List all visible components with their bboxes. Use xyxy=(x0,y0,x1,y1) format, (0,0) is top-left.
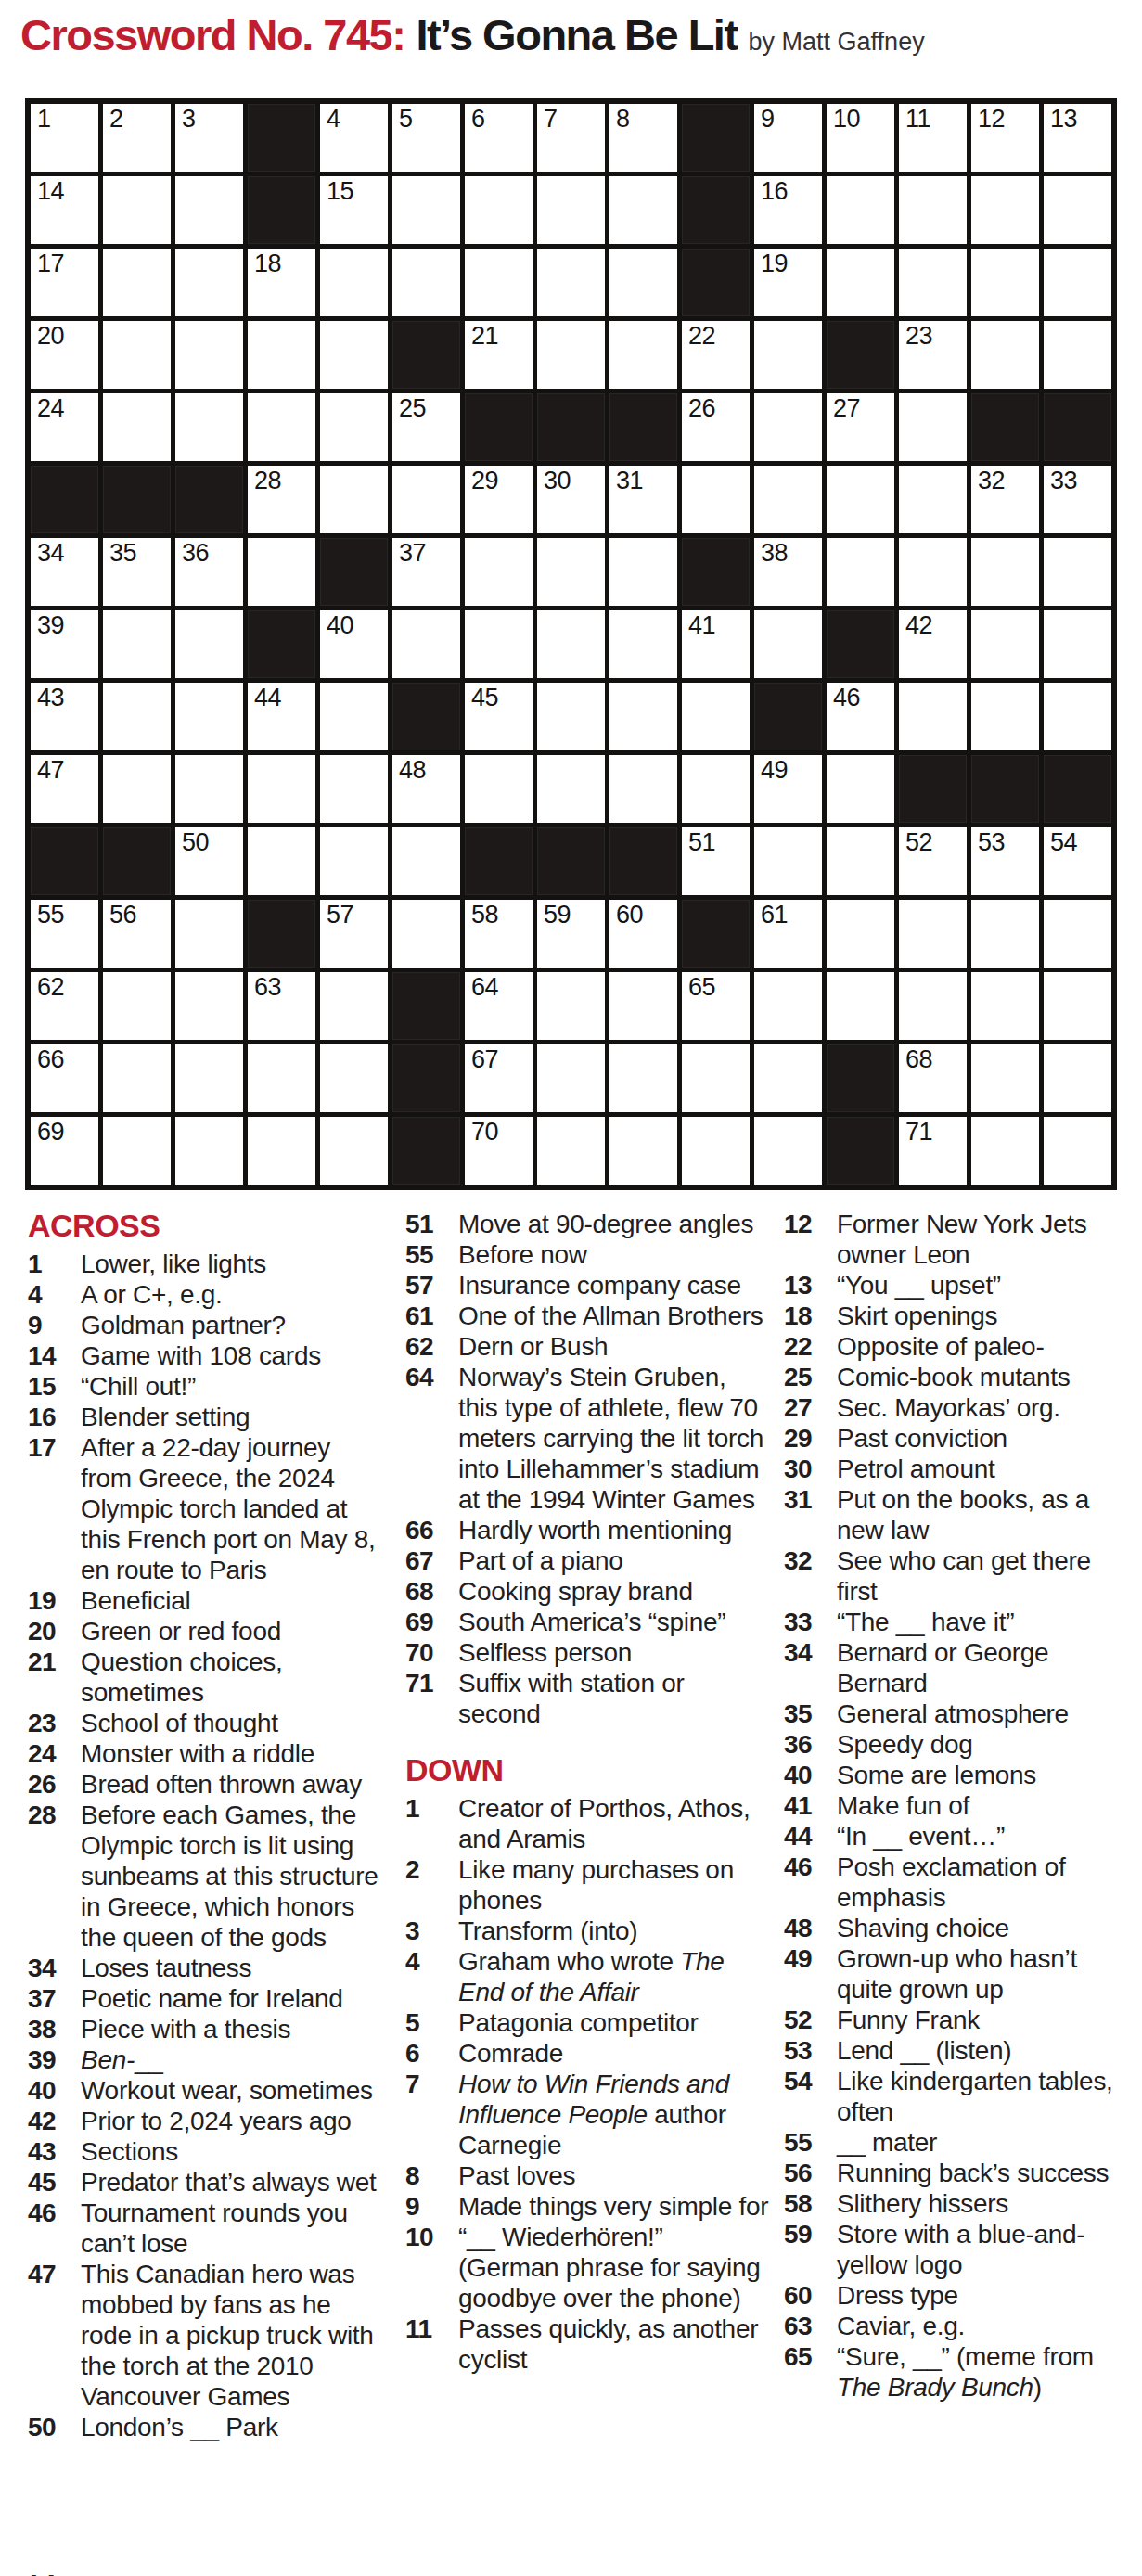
cell-r8c8[interactable] xyxy=(537,610,605,678)
cell-r10c4[interactable] xyxy=(248,755,315,823)
cell-r13c12[interactable] xyxy=(827,972,894,1040)
cell-r11c10[interactable]: 51 xyxy=(682,827,750,895)
cell-r7c8[interactable] xyxy=(537,538,605,606)
cell-r7c13[interactable] xyxy=(899,538,967,606)
cell-r4c9[interactable] xyxy=(609,321,677,389)
cell-r14c4[interactable] xyxy=(248,1044,315,1112)
cell-r13c14[interactable] xyxy=(971,972,1039,1040)
clue-down-40: 40Some are lemons xyxy=(784,1760,1136,1790)
cell-r6c8[interactable]: 30 xyxy=(537,466,605,533)
clue-num-label: 18 xyxy=(784,1301,837,1331)
clue-num-label: 50 xyxy=(28,2412,81,2442)
black-cell-r1c10 xyxy=(682,104,750,172)
cell-r10c11[interactable]: 49 xyxy=(754,755,822,823)
black-cell-r12c4 xyxy=(248,900,315,968)
clue-across-70: 70Selfless person xyxy=(405,1637,769,1668)
cell-r9c2[interactable] xyxy=(103,683,171,750)
cell-r12c1[interactable]: 55 xyxy=(31,900,98,968)
cell-r10c8[interactable] xyxy=(537,755,605,823)
cell-r11c11[interactable] xyxy=(754,827,822,895)
cell-r10c3[interactable] xyxy=(175,755,243,823)
cell-r4c1[interactable]: 20 xyxy=(31,321,98,389)
cell-r5c6[interactable]: 25 xyxy=(392,393,460,461)
clue-block-down: DOWN1Creator of Porthos, Athos, and Aram… xyxy=(405,1753,769,2375)
cell-r11c12[interactable] xyxy=(827,827,894,895)
cell-r7c1[interactable]: 34 xyxy=(31,538,98,606)
clue-text: School of thought xyxy=(81,1708,384,1738)
cell-r7c14[interactable] xyxy=(971,538,1039,606)
clue-across-14: 14Game with 108 cards xyxy=(28,1340,384,1371)
clue-num-label: 19 xyxy=(28,1585,81,1616)
clue-num-label: 28 xyxy=(28,1800,81,1953)
cell-r3c4[interactable]: 18 xyxy=(248,249,315,316)
cell-r11c3[interactable]: 50 xyxy=(175,827,243,895)
cell-r3c5[interactable] xyxy=(320,249,388,316)
cell-r12c3[interactable] xyxy=(175,900,243,968)
clue-number-46: 46 xyxy=(833,684,860,711)
clue-num-label: 6 xyxy=(405,2038,458,2069)
cell-r15c13[interactable]: 71 xyxy=(899,1117,967,1185)
cell-r2c12[interactable] xyxy=(827,176,894,244)
cell-r5c5[interactable] xyxy=(320,393,388,461)
clue-text: Cooking spray brand xyxy=(458,1576,769,1607)
cell-r10c6[interactable]: 48 xyxy=(392,755,460,823)
cell-r12c14[interactable] xyxy=(971,900,1039,968)
cell-r1c11[interactable]: 9 xyxy=(754,104,822,172)
clue-down-59: 59Store with a blue-and-yellow logo xyxy=(784,2219,1136,2280)
clue-num-label: 4 xyxy=(28,1279,81,1310)
clues-column-3: 12Former New York Jets owner Leon13“You … xyxy=(784,1209,1136,2403)
cell-r14c3[interactable] xyxy=(175,1044,243,1112)
clue-text: London’s __ Park xyxy=(81,2412,384,2442)
cell-r15c5[interactable] xyxy=(320,1117,388,1185)
cell-r5c13[interactable] xyxy=(899,393,967,461)
cell-r2c15[interactable] xyxy=(1044,176,1111,244)
cell-r3c6[interactable] xyxy=(392,249,460,316)
clue-number-64: 64 xyxy=(471,973,498,1001)
cell-r14c9[interactable] xyxy=(609,1044,677,1112)
cell-r15c2[interactable] xyxy=(103,1117,171,1185)
clue-text: Store with a blue-and-yellow logo xyxy=(837,2219,1136,2280)
clue-number-35: 35 xyxy=(109,539,136,567)
clue-text: Tournament rounds you can’t lose xyxy=(81,2198,384,2259)
cell-r6c7[interactable]: 29 xyxy=(465,466,533,533)
clue-number-43: 43 xyxy=(37,684,64,711)
clue-across-42: 42Prior to 2,024 years ago xyxy=(28,2106,384,2136)
cell-r8c15[interactable] xyxy=(1044,610,1111,678)
cell-r1c9[interactable]: 8 xyxy=(609,104,677,172)
cell-r9c3[interactable] xyxy=(175,683,243,750)
clue-num-label: 12 xyxy=(784,1209,837,1270)
clue-num-label: 25 xyxy=(784,1362,837,1392)
cell-r14c7[interactable]: 67 xyxy=(465,1044,533,1112)
cell-r3c11[interactable]: 19 xyxy=(754,249,822,316)
clue-num-label: 57 xyxy=(405,1270,458,1301)
cell-r1c12[interactable]: 10 xyxy=(827,104,894,172)
cell-r7c6[interactable]: 37 xyxy=(392,538,460,606)
cell-r14c13[interactable]: 68 xyxy=(899,1044,967,1112)
cell-r5c11[interactable] xyxy=(754,393,822,461)
cell-r4c8[interactable] xyxy=(537,321,605,389)
clue-number-55: 55 xyxy=(37,901,64,929)
cell-r9c5[interactable] xyxy=(320,683,388,750)
cell-r9c9[interactable] xyxy=(609,683,677,750)
cell-r7c15[interactable] xyxy=(1044,538,1111,606)
clue-text: “Sure, __” (meme from The Brady Bunch) xyxy=(837,2341,1136,2403)
cell-r12c2[interactable]: 56 xyxy=(103,900,171,968)
clue-number-5: 5 xyxy=(399,105,413,133)
cell-r6c10[interactable] xyxy=(682,466,750,533)
cell-r1c7[interactable]: 6 xyxy=(465,104,533,172)
cell-r8c6[interactable] xyxy=(392,610,460,678)
cell-r1c15[interactable]: 13 xyxy=(1044,104,1111,172)
clue-text: Graham who wrote The End of the Affair xyxy=(458,1946,769,2007)
cell-r3c3[interactable] xyxy=(175,249,243,316)
cell-r2c3[interactable] xyxy=(175,176,243,244)
cell-r2c13[interactable] xyxy=(899,176,967,244)
clue-number-69: 69 xyxy=(37,1118,64,1146)
cell-r2c2[interactable] xyxy=(103,176,171,244)
cell-r3c12[interactable] xyxy=(827,249,894,316)
cell-r12c6[interactable] xyxy=(392,900,460,968)
clue-num-label: 42 xyxy=(28,2106,81,2136)
clue-down-52: 52Funny Frank xyxy=(784,2005,1136,2035)
clue-number-34: 34 xyxy=(37,539,64,567)
clue-across-4: 4A or C+, e.g. xyxy=(28,1279,384,1310)
clue-number-37: 37 xyxy=(399,539,426,567)
clue-text: Former New York Jets owner Leon xyxy=(837,1209,1136,1270)
cell-r8c2[interactable] xyxy=(103,610,171,678)
cell-r5c2[interactable] xyxy=(103,393,171,461)
cell-r2c1[interactable]: 14 xyxy=(31,176,98,244)
clue-text: Dern or Bush xyxy=(458,1331,769,1362)
cell-r5c1[interactable]: 24 xyxy=(31,393,98,461)
cell-r11c6[interactable] xyxy=(392,827,460,895)
clue-text: Piece with a thesis xyxy=(81,2014,384,2044)
cell-r9c13[interactable] xyxy=(899,683,967,750)
cell-r15c8[interactable] xyxy=(537,1117,605,1185)
cell-r3c7[interactable] xyxy=(465,249,533,316)
cell-r9c10[interactable] xyxy=(682,683,750,750)
clue-text: Opposite of paleo- xyxy=(837,1331,1136,1362)
cell-r7c3[interactable]: 36 xyxy=(175,538,243,606)
cell-r1c2[interactable]: 2 xyxy=(103,104,171,172)
cell-r6c12[interactable] xyxy=(827,466,894,533)
black-cell-r9c11 xyxy=(754,683,822,750)
black-cell-r13c6 xyxy=(392,972,460,1040)
cell-r9c15[interactable] xyxy=(1044,683,1111,750)
cell-r9c8[interactable] xyxy=(537,683,605,750)
cell-r9c7[interactable]: 45 xyxy=(465,683,533,750)
cell-r6c9[interactable]: 31 xyxy=(609,466,677,533)
cell-r15c9[interactable] xyxy=(609,1117,677,1185)
cell-r6c11[interactable] xyxy=(754,466,822,533)
clue-across-43: 43Sections xyxy=(28,2136,384,2167)
clue-number-40: 40 xyxy=(327,611,353,639)
cell-r1c8[interactable]: 7 xyxy=(537,104,605,172)
cell-r14c8[interactable] xyxy=(537,1044,605,1112)
cell-r6c14[interactable]: 32 xyxy=(971,466,1039,533)
clue-down-4: 4Graham who wrote The End of the Affair xyxy=(405,1946,769,2007)
cell-r11c14[interactable]: 53 xyxy=(971,827,1039,895)
clue-across-9: 9Goldman partner? xyxy=(28,1310,384,1340)
cell-r15c15[interactable] xyxy=(1044,1117,1111,1185)
cell-r14c5[interactable] xyxy=(320,1044,388,1112)
cell-r8c5[interactable]: 40 xyxy=(320,610,388,678)
cell-r9c14[interactable] xyxy=(971,683,1039,750)
cell-r7c12[interactable] xyxy=(827,538,894,606)
cell-r8c13[interactable]: 42 xyxy=(899,610,967,678)
cell-r5c3[interactable] xyxy=(175,393,243,461)
cell-r4c11[interactable] xyxy=(754,321,822,389)
clue-down-5: 5Patagonia competitor xyxy=(405,2007,769,2038)
cell-r13c1[interactable]: 62 xyxy=(31,972,98,1040)
cell-r3c14[interactable] xyxy=(971,249,1039,316)
cell-r2c8[interactable] xyxy=(537,176,605,244)
clue-down-18: 18Skirt openings xyxy=(784,1301,1136,1331)
cell-r13c5[interactable] xyxy=(320,972,388,1040)
cell-r15c7[interactable]: 70 xyxy=(465,1117,533,1185)
cell-r12c13[interactable] xyxy=(899,900,967,968)
cell-r6c15[interactable]: 33 xyxy=(1044,466,1111,533)
cell-r6c4[interactable]: 28 xyxy=(248,466,315,533)
cell-r11c5[interactable] xyxy=(320,827,388,895)
black-cell-r5c8 xyxy=(537,393,605,461)
clue-down-53: 53Lend __ (listen) xyxy=(784,2035,1136,2066)
clue-text: General atmosphere xyxy=(837,1698,1136,1729)
cell-r7c11[interactable]: 38 xyxy=(754,538,822,606)
black-cell-r10c14 xyxy=(971,755,1039,823)
cell-r2c6[interactable] xyxy=(392,176,460,244)
cell-r10c9[interactable] xyxy=(609,755,677,823)
clue-number-65: 65 xyxy=(688,973,715,1001)
cell-r4c3[interactable] xyxy=(175,321,243,389)
cell-r12c9[interactable]: 60 xyxy=(609,900,677,968)
cell-r1c1[interactable]: 1 xyxy=(31,104,98,172)
cell-r14c15[interactable] xyxy=(1044,1044,1111,1112)
cell-r14c11[interactable] xyxy=(754,1044,822,1112)
cell-r10c12[interactable] xyxy=(827,755,894,823)
clue-number-3: 3 xyxy=(182,105,196,133)
cell-r4c4[interactable] xyxy=(248,321,315,389)
cell-r8c3[interactable] xyxy=(175,610,243,678)
cell-r4c5[interactable] xyxy=(320,321,388,389)
clue-text: Hardly worth mentioning xyxy=(458,1515,769,1545)
clue-text: Goldman partner? xyxy=(81,1310,384,1340)
cell-r13c2[interactable] xyxy=(103,972,171,1040)
clue-number-11: 11 xyxy=(905,105,930,133)
clue-text: “You __ upset” xyxy=(837,1270,1136,1301)
cell-r10c1[interactable]: 47 xyxy=(31,755,98,823)
cell-r3c2[interactable] xyxy=(103,249,171,316)
clue-number-8: 8 xyxy=(616,105,630,133)
clue-number-52: 52 xyxy=(905,828,932,856)
cell-r14c2[interactable] xyxy=(103,1044,171,1112)
cell-r4c2[interactable] xyxy=(103,321,171,389)
clue-number-15: 15 xyxy=(327,177,353,205)
cell-r10c7[interactable] xyxy=(465,755,533,823)
cell-r13c13[interactable] xyxy=(899,972,967,1040)
clue-num-label: 3 xyxy=(405,1916,458,1946)
cell-r13c4[interactable]: 63 xyxy=(248,972,315,1040)
clue-across-24: 24Monster with a riddle xyxy=(28,1738,384,1769)
clue-down-65: 65“Sure, __” (meme from The Brady Bunch) xyxy=(784,2341,1136,2403)
cell-r10c2[interactable] xyxy=(103,755,171,823)
cell-r8c14[interactable] xyxy=(971,610,1039,678)
clue-num-label: 63 xyxy=(784,2311,837,2341)
cell-r13c15[interactable] xyxy=(1044,972,1111,1040)
clue-down-44: 44“In __ event…” xyxy=(784,1821,1136,1852)
clue-num-label: 45 xyxy=(28,2167,81,2198)
clue-text: Shaving choice xyxy=(837,1913,1136,1943)
cell-r3c1[interactable]: 17 xyxy=(31,249,98,316)
cell-r9c12[interactable]: 46 xyxy=(827,683,894,750)
cell-r2c14[interactable] xyxy=(971,176,1039,244)
clue-down-46: 46Posh exclamation of emphasis xyxy=(784,1852,1136,1913)
cell-r13c9[interactable] xyxy=(609,972,677,1040)
cell-r8c11[interactable] xyxy=(754,610,822,678)
clue-text: Loses tautness xyxy=(81,1953,384,1983)
cell-r12c12[interactable] xyxy=(827,900,894,968)
cell-r11c4[interactable] xyxy=(248,827,315,895)
down-header: DOWN xyxy=(405,1753,769,1787)
black-cell-r5c14 xyxy=(971,393,1039,461)
clue-text: Speedy dog xyxy=(837,1729,1136,1760)
cell-r5c4[interactable] xyxy=(248,393,315,461)
clue-text: Make fun of xyxy=(837,1790,1136,1821)
clue-text: See who can get there first xyxy=(837,1545,1136,1607)
clue-text: Passes quickly, as another cyclist xyxy=(458,2313,769,2375)
cell-r7c9[interactable] xyxy=(609,538,677,606)
clue-num-label: 17 xyxy=(28,1432,81,1585)
cell-r4c13[interactable]: 23 xyxy=(899,321,967,389)
cell-r5c10[interactable]: 26 xyxy=(682,393,750,461)
clue-down-3: 3Transform (into) xyxy=(405,1916,769,1946)
clue-number-14: 14 xyxy=(37,177,64,205)
cell-r14c14[interactable] xyxy=(971,1044,1039,1112)
cell-r3c9[interactable] xyxy=(609,249,677,316)
clue-num-label: 23 xyxy=(28,1708,81,1738)
cell-r12c7[interactable]: 58 xyxy=(465,900,533,968)
clue-block-across: ACROSS1Lower, like lights4A or C+, e.g.9… xyxy=(28,1209,384,2442)
cell-r7c2[interactable]: 35 xyxy=(103,538,171,606)
black-cell-r6c1 xyxy=(31,466,98,533)
cell-r8c10[interactable]: 41 xyxy=(682,610,750,678)
clue-text: Before now xyxy=(458,1239,769,1270)
cell-r13c11[interactable] xyxy=(754,972,822,1040)
clue-text: Some are lemons xyxy=(837,1760,1136,1790)
clue-text: Transform (into) xyxy=(458,1916,769,1946)
cell-r15c10[interactable] xyxy=(682,1117,750,1185)
cell-r3c8[interactable] xyxy=(537,249,605,316)
cell-r14c10[interactable] xyxy=(682,1044,750,1112)
cell-r3c15[interactable] xyxy=(1044,249,1111,316)
cell-r12c5[interactable]: 57 xyxy=(320,900,388,968)
cell-r1c14[interactable]: 12 xyxy=(971,104,1039,172)
cell-r14c1[interactable]: 66 xyxy=(31,1044,98,1112)
cell-r2c5[interactable]: 15 xyxy=(320,176,388,244)
cell-r15c3[interactable] xyxy=(175,1117,243,1185)
cell-r2c11[interactable]: 16 xyxy=(754,176,822,244)
cell-r13c8[interactable] xyxy=(537,972,605,1040)
cell-r8c9[interactable] xyxy=(609,610,677,678)
cell-r1c3[interactable]: 3 xyxy=(175,104,243,172)
clue-num-label: 13 xyxy=(784,1270,837,1301)
cell-r6c5[interactable] xyxy=(320,466,388,533)
cell-r5c12[interactable]: 27 xyxy=(827,393,894,461)
cell-r3c13[interactable] xyxy=(899,249,967,316)
cell-r15c14[interactable] xyxy=(971,1117,1039,1185)
black-cell-r11c9 xyxy=(609,827,677,895)
cell-r4c7[interactable]: 21 xyxy=(465,321,533,389)
clue-text: Prior to 2,024 years ago xyxy=(81,2106,384,2136)
black-cell-r7c10 xyxy=(682,538,750,606)
cell-r13c3[interactable] xyxy=(175,972,243,1040)
black-cell-r2c4 xyxy=(248,176,315,244)
cell-r7c7[interactable] xyxy=(465,538,533,606)
cell-r8c7[interactable] xyxy=(465,610,533,678)
clue-across-34: 34Loses tautness xyxy=(28,1953,384,1983)
cell-r1c6[interactable]: 5 xyxy=(392,104,460,172)
cell-r13c7[interactable]: 64 xyxy=(465,972,533,1040)
cell-r15c1[interactable]: 69 xyxy=(31,1117,98,1185)
clue-text: Sec. Mayorkas’ org. xyxy=(837,1392,1136,1423)
cell-r9c1[interactable]: 43 xyxy=(31,683,98,750)
clue-across-26: 26Bread often thrown away xyxy=(28,1769,384,1800)
clue-num-label: 66 xyxy=(405,1515,458,1545)
cell-r11c15[interactable]: 54 xyxy=(1044,827,1111,895)
cell-r2c7[interactable] xyxy=(465,176,533,244)
cell-r12c15[interactable] xyxy=(1044,900,1111,968)
cell-r7c4[interactable] xyxy=(248,538,315,606)
black-cell-r5c15 xyxy=(1044,393,1111,461)
clue-num-label: 41 xyxy=(784,1790,837,1821)
cell-r10c5[interactable] xyxy=(320,755,388,823)
cell-r1c13[interactable]: 11 xyxy=(899,104,967,172)
cell-r15c11[interactable] xyxy=(754,1117,822,1185)
clue-text: Made things very simple for xyxy=(458,2191,769,2222)
clue-text: Move at 90-degree angles xyxy=(458,1209,769,1239)
cell-r2c9[interactable] xyxy=(609,176,677,244)
cell-r10c10[interactable] xyxy=(682,755,750,823)
clue-num-label: 1 xyxy=(28,1249,81,1279)
clue-text: Grown-up who hasn’t quite grown up xyxy=(837,1943,1136,2005)
cell-r15c4[interactable] xyxy=(248,1117,315,1185)
clue-across-64: 64Norway’s Stein Gruben, this type of at… xyxy=(405,1362,769,1515)
cell-r4c10[interactable]: 22 xyxy=(682,321,750,389)
cell-r1c5[interactable]: 4 xyxy=(320,104,388,172)
cell-r12c11[interactable]: 61 xyxy=(754,900,822,968)
clue-text: Like many purchases on phones xyxy=(458,1854,769,1916)
clue-number-26: 26 xyxy=(688,394,715,422)
cell-r4c15[interactable] xyxy=(1044,321,1111,389)
cell-r11c13[interactable]: 52 xyxy=(899,827,967,895)
clue-text: Norway’s Stein Gruben, this type of athl… xyxy=(458,1362,769,1515)
clue-number-58: 58 xyxy=(471,901,498,929)
cell-r12c8[interactable]: 59 xyxy=(537,900,605,968)
cell-r4c14[interactable] xyxy=(971,321,1039,389)
cell-r6c13[interactable] xyxy=(899,466,967,533)
black-cell-r11c8 xyxy=(537,827,605,895)
cell-r8c1[interactable]: 39 xyxy=(31,610,98,678)
clue-text: Lend __ (listen) xyxy=(837,2035,1136,2066)
cell-r13c10[interactable]: 65 xyxy=(682,972,750,1040)
puzzle-series-title: Crossword No. 745: xyxy=(20,9,404,60)
cell-r6c6[interactable] xyxy=(392,466,460,533)
clue-number-60: 60 xyxy=(616,901,643,929)
cell-r9c4[interactable]: 44 xyxy=(248,683,315,750)
clue-number-45: 45 xyxy=(471,684,498,711)
